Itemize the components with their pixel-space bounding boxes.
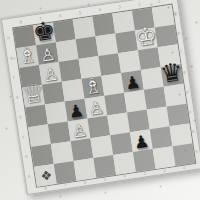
- corner-emblem-icon: ❖: [37, 167, 55, 185]
- square-a1[interactable]: [172, 143, 195, 166]
- rank-label-right-4: d: [186, 89, 189, 94]
- file-label-top-6: 2: [138, 1, 141, 6]
- file-label-bottom-6: 2: [163, 167, 166, 172]
- rank-label-right-7: a: [195, 149, 198, 154]
- file-label-bottom-7: 1: [182, 165, 185, 170]
- rank-label-left-0: h: [7, 35, 10, 40]
- rank-label-right-1: g: [177, 30, 180, 35]
- rank-label-left-4: d: [19, 114, 22, 119]
- white-pawn-d5[interactable]: ♙: [84, 96, 107, 119]
- file-label-bottom-2: 6: [83, 179, 86, 184]
- file-label-top-4: 4: [98, 7, 101, 12]
- rank-label-right-6: b: [192, 129, 195, 134]
- white-queen-e8[interactable]: ♕: [22, 85, 45, 108]
- rank-label-left-7: a: [27, 174, 30, 179]
- file-label-top-5: 3: [118, 4, 121, 9]
- rank-label-right-0: h: [174, 10, 177, 15]
- rank-label-left-3: e: [16, 94, 19, 99]
- vinyl-board: ········ ❖ ♚♗♙♔♙♕♗♟♛♟♙♙♟ hh88gg77ff66ee5…: [1, 0, 200, 195]
- file-label-bottom-1: 7: [64, 182, 67, 187]
- white-pawn-c6[interactable]: ♙: [68, 118, 91, 141]
- file-label-top-2: 6: [59, 13, 62, 18]
- file-label-top-0: 8: [19, 19, 22, 24]
- file-label-top-3: 5: [78, 10, 81, 15]
- file-label-bottom-3: 5: [103, 176, 106, 181]
- chess-grid: ❖ ♚♗♙♔♙♕♗♟♛♟♙♙♟: [12, 4, 196, 188]
- rank-label-right-5: c: [189, 109, 192, 114]
- rank-label-left-6: b: [25, 154, 28, 159]
- board-photo: ········ ❖ ♚♗♙♔♙♕♗♟♛♟♙♙♟ hh88gg77ff66ee5…: [0, 0, 200, 200]
- file-label-bottom-4: 4: [123, 173, 126, 178]
- black-pawn-b3[interactable]: ♟: [130, 129, 153, 152]
- rank-label-left-5: c: [22, 134, 25, 139]
- rank-label-right-2: f: [180, 50, 182, 55]
- black-queen-e1[interactable]: ♛: [161, 64, 184, 87]
- rank-label-left-1: g: [10, 55, 13, 60]
- file-label-bottom-5: 3: [143, 170, 146, 175]
- white-king-g2[interactable]: ♔: [135, 27, 158, 50]
- file-label-bottom-0: 8: [44, 185, 47, 190]
- black-pawn-e3[interactable]: ♟: [121, 70, 144, 93]
- photo-noise: [0, 0, 1, 1]
- file-label-top-7: 1: [157, 0, 160, 3]
